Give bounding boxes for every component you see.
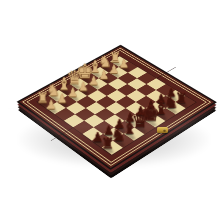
brass-clasp-icon bbox=[157, 127, 168, 133]
piece-white-pawn: ♟ bbox=[38, 99, 64, 111]
clasp-pin-icon bbox=[163, 129, 166, 132]
photo-scene: ♜♟♟♜♞♟♟♞♝♟♟♝♚♟♟♚♛♟♟♛♝♟♟♝♞♟♟♞♜♟♟♜ bbox=[0, 0, 220, 200]
board-frame: ♜♟♟♜♞♟♟♞♝♟♟♝♚♟♟♚♛♟♟♛♝♟♟♝♞♟♟♞♜♟♟♜ bbox=[17, 45, 217, 170]
chess-set-product-photo: ♜♟♟♜♞♟♟♞♝♟♟♝♚♟♟♚♛♟♟♛♝♟♟♝♞♟♟♞♜♟♟♜ bbox=[0, 0, 220, 200]
piece-black-rook: ♜ bbox=[94, 136, 122, 151]
chess-board-box: ♜♟♟♜♞♟♟♞♝♟♟♝♚♟♟♚♛♟♟♛♝♟♟♝♞♟♟♞♜♟♟♜ bbox=[17, 45, 217, 170]
